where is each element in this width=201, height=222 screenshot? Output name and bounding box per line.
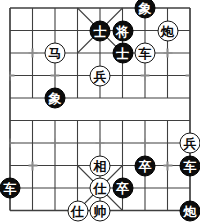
piece-black-chariot[interactable]: 车 xyxy=(180,155,201,176)
piece-black-advisor[interactable]: 士 xyxy=(90,20,111,41)
piece-black-chariot[interactable]: 车 xyxy=(0,178,21,199)
piece-red-horse[interactable]: 马 xyxy=(45,43,66,64)
piece-red-general[interactable]: 帅 xyxy=(90,200,111,221)
xiangqi-board: 象士将炮马士车兵象兵相卒车车仕卒仕帅炮 xyxy=(0,0,200,222)
piece-black-general[interactable]: 将 xyxy=(112,20,133,41)
piece-black-advisor[interactable]: 士 xyxy=(112,43,133,64)
piece-red-soldier[interactable]: 兵 xyxy=(90,65,111,86)
piece-black-soldier[interactable]: 卒 xyxy=(112,178,133,199)
piece-black-soldier[interactable]: 卒 xyxy=(135,155,156,176)
piece-red-advisor[interactable]: 仕 xyxy=(67,200,88,221)
piece-black-cannon[interactable]: 炮 xyxy=(180,200,201,221)
piece-red-elephant[interactable]: 相 xyxy=(90,155,111,176)
piece-red-advisor[interactable]: 仕 xyxy=(90,178,111,199)
piece-red-chariot[interactable]: 车 xyxy=(135,43,156,64)
piece-black-elephant[interactable]: 象 xyxy=(45,88,66,109)
pieces-layer: 象士将炮马士车兵象兵相卒车车仕卒仕帅炮 xyxy=(0,0,200,222)
piece-black-elephant[interactable]: 象 xyxy=(135,0,156,19)
piece-red-soldier[interactable]: 兵 xyxy=(180,133,201,154)
piece-red-cannon[interactable]: 炮 xyxy=(157,20,178,41)
